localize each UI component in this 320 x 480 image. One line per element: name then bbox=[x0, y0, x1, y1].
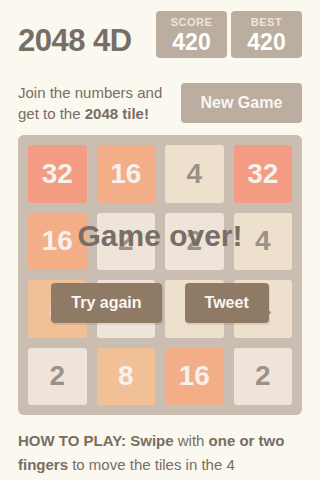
intro-text: Join the numbers and get to the 2048 til… bbox=[18, 82, 181, 124]
tweet-button[interactable]: Tweet bbox=[185, 283, 269, 323]
new-game-button[interactable]: New Game bbox=[181, 83, 302, 123]
score-label: SCORE bbox=[171, 16, 213, 29]
game-over-message: Game over! bbox=[18, 219, 302, 253]
how-to-play-text: HOW TO PLAY: Swipe with one or two finge… bbox=[18, 429, 302, 480]
game-over-overlay: Game over! Try again Tweet bbox=[18, 135, 302, 415]
best-label: BEST bbox=[251, 16, 282, 29]
score-box: SCORE 420 bbox=[156, 11, 227, 58]
intro-row: Join the numbers and get to the 2048 til… bbox=[18, 82, 302, 124]
intro-text-bold: 2048 tile! bbox=[85, 105, 149, 122]
best-score-box: BEST 420 bbox=[231, 11, 302, 58]
footer-normal-1: with bbox=[174, 432, 209, 449]
header: 2048 4D SCORE 420 BEST 420 bbox=[18, 11, 302, 59]
score-value: 420 bbox=[172, 29, 210, 55]
footer-bold-1: HOW TO PLAY: Swipe bbox=[18, 432, 174, 449]
game-board[interactable]: 321643216224824428162 Game over! Try aga… bbox=[18, 135, 302, 415]
app-title: 2048 4D bbox=[18, 23, 132, 59]
score-panel: SCORE 420 BEST 420 bbox=[156, 11, 302, 58]
try-again-button[interactable]: Try again bbox=[51, 283, 161, 323]
page: 2048 4D SCORE 420 BEST 420 Join the numb… bbox=[0, 0, 320, 480]
best-value: 420 bbox=[247, 29, 285, 55]
overlay-buttons: Try again Tweet bbox=[18, 283, 302, 323]
